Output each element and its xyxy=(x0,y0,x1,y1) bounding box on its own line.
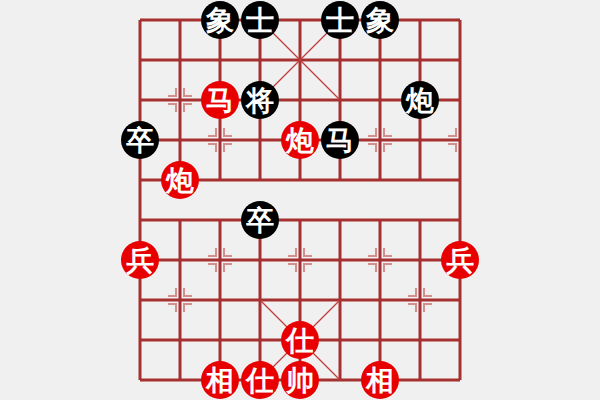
piece-black-elephant[interactable]: 象 xyxy=(361,1,399,39)
piece-red-general[interactable]: 帅 xyxy=(281,361,319,399)
piece-black-pawn[interactable]: 卒 xyxy=(241,201,279,239)
piece-red-pawn[interactable]: 兵 xyxy=(121,241,159,279)
piece-black-advisor[interactable]: 士 xyxy=(321,1,359,39)
piece-black-pawn[interactable]: 卒 xyxy=(121,121,159,159)
piece-black-elephant[interactable]: 象 xyxy=(201,1,239,39)
piece-black-advisor[interactable]: 士 xyxy=(241,1,279,39)
piece-red-pawn[interactable]: 兵 xyxy=(441,241,479,279)
piece-red-cannon[interactable]: 炮 xyxy=(281,121,319,159)
piece-black-cannon[interactable]: 炮 xyxy=(401,81,439,119)
xiangqi-board: 象士士象马将炮卒炮马炮卒兵兵仕相仕帅相 xyxy=(0,0,600,400)
piece-red-elephant[interactable]: 相 xyxy=(201,361,239,399)
piece-red-cannon[interactable]: 炮 xyxy=(161,161,199,199)
piece-black-general[interactable]: 将 xyxy=(241,81,279,119)
piece-black-horse[interactable]: 马 xyxy=(321,121,359,159)
piece-red-elephant[interactable]: 相 xyxy=(361,361,399,399)
pieces-layer: 象士士象马将炮卒炮马炮卒兵兵仕相仕帅相 xyxy=(0,0,600,400)
piece-red-advisor[interactable]: 仕 xyxy=(281,321,319,359)
piece-red-advisor[interactable]: 仕 xyxy=(241,361,279,399)
piece-red-horse[interactable]: 马 xyxy=(201,81,239,119)
